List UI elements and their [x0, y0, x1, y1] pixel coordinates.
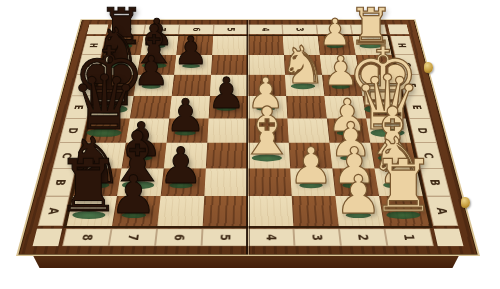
piece-white-knight-f3[interactable]: ♞ [279, 46, 326, 88]
rank-label-top-5: 5 [213, 24, 248, 34]
rank-label-top-3: 3 [282, 24, 317, 34]
square-a4[interactable] [248, 196, 293, 226]
product-photo-stage: 87654321 87654321 HGFEDCBA HGFEDCBA ♜♟♟♜… [0, 0, 500, 289]
square-b4[interactable] [248, 168, 292, 196]
rank-label-bottom-6: 6 [155, 229, 202, 247]
piece-black-pawn-b6[interactable]: ♟ [159, 146, 204, 186]
piece-white-bishop-c4[interactable]: ♝ [237, 106, 296, 159]
brass-clasp-icon [461, 197, 470, 208]
square-a5[interactable] [203, 196, 248, 226]
piece-black-pawn-a7[interactable]: ♟ [110, 174, 157, 216]
piece-white-rook-a1[interactable]: ♜ [371, 158, 436, 216]
corner-cell [33, 229, 63, 247]
piece-black-pawn-d6[interactable]: ♟ [165, 98, 205, 134]
rank-label-bottom-8: 8 [62, 229, 111, 247]
rank-label-bottom-7: 7 [109, 229, 157, 247]
rank-label-bottom-2: 2 [339, 229, 387, 247]
square-a6[interactable] [157, 196, 204, 226]
square-a3[interactable] [292, 196, 339, 226]
corner-cell [434, 229, 464, 247]
rank-label-bottom-3: 3 [293, 229, 340, 247]
rank-label-bottom-1: 1 [384, 229, 433, 247]
rank-label-top-4: 4 [248, 24, 283, 34]
piece-black-pawn-g6[interactable]: ♟ [174, 36, 209, 67]
rank-label-bottom-4: 4 [248, 229, 294, 247]
rank-label-bottom-5: 5 [202, 229, 248, 247]
brass-clasp-icon [424, 62, 433, 73]
square-h5[interactable] [212, 36, 248, 55]
piece-white-pawn-b3[interactable]: ♟ [289, 146, 334, 186]
square-b5[interactable] [204, 168, 248, 196]
